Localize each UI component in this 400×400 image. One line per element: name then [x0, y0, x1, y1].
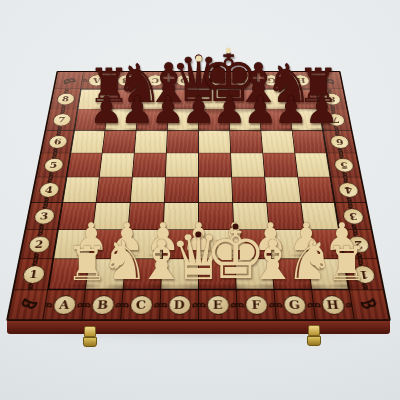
- crown-finial: [196, 232, 201, 237]
- file-label-c-bottom: C: [121, 290, 160, 319]
- scroll-ornament-icon: [48, 172, 56, 177]
- piece-shadow: [326, 283, 363, 290]
- file-label-g-bottom: G: [274, 290, 314, 319]
- scroll-ornament-icon: [342, 177, 350, 182]
- scroll-ornament-icon: [56, 126, 63, 130]
- scroll-ornament-icon: [81, 78, 88, 82]
- coordinate-circle: 8: [56, 93, 76, 105]
- square-e5[interactable]: [199, 153, 231, 176]
- square-h5[interactable]: [295, 153, 330, 176]
- rank-label-4-left: 4: [32, 177, 66, 202]
- square-g5[interactable]: [263, 153, 297, 176]
- brass-clasp-right: [306, 325, 322, 345]
- square-b5[interactable]: [100, 153, 134, 176]
- piece-black-pawn[interactable]: ♟: [89, 93, 123, 131]
- file-label-b-bottom: B: [82, 290, 122, 319]
- piece-shadow: [67, 283, 104, 290]
- piece-black-pawn[interactable]: ♟: [212, 93, 246, 131]
- scroll-ornament-icon: [37, 230, 46, 235]
- scroll-ornament-icon: [17, 297, 38, 312]
- border-corner: [55, 72, 83, 89]
- rank-label-8-left: 8: [51, 89, 81, 109]
- coordinate-circle: E: [206, 295, 229, 315]
- square-f4[interactable]: [232, 177, 266, 202]
- piece-black-pawn[interactable]: ♟: [305, 93, 339, 131]
- coordinate-circle: 7: [51, 113, 71, 126]
- rank-label-2-left: 2: [21, 230, 57, 258]
- piece-shadow: [151, 127, 180, 132]
- scroll-ornament-icon: [121, 301, 129, 308]
- border-corner: [350, 290, 389, 319]
- coordinate-circle: A: [52, 295, 77, 315]
- clasp-top: [308, 325, 320, 336]
- rank-label-4-right: 4: [331, 177, 365, 202]
- rank-label-5-right: 5: [327, 153, 360, 176]
- piece-black-pawn[interactable]: ♟: [182, 93, 216, 131]
- brass-clasp-left: [82, 326, 98, 346]
- scroll-ornament-icon: [38, 224, 47, 229]
- scroll-ornament-icon: [62, 76, 77, 85]
- piece-white-rook[interactable]: ♜: [326, 240, 368, 287]
- piece-shadow: [213, 127, 242, 132]
- piece-black-pawn[interactable]: ♟: [243, 93, 277, 131]
- coordinate-circle: 1: [21, 265, 46, 283]
- square-d6[interactable]: [167, 131, 198, 153]
- piece-black-pawn[interactable]: ♟: [274, 93, 308, 131]
- square-g6[interactable]: [261, 131, 294, 153]
- square-h6[interactable]: [292, 131, 326, 153]
- scroll-ornament-icon: [47, 177, 55, 182]
- scroll-ornament-icon: [51, 153, 59, 158]
- square-d4[interactable]: [165, 177, 198, 202]
- clasp-bottom: [83, 337, 97, 347]
- piece-black-pawn[interactable]: ♟: [151, 93, 185, 131]
- file-label-a-bottom: A: [43, 290, 85, 319]
- square-c4[interactable]: [131, 177, 165, 202]
- clasp-top: [84, 326, 96, 337]
- piece-shadow: [305, 127, 334, 132]
- scroll-ornament-icon: [347, 203, 355, 208]
- scroll-ornament-icon: [32, 253, 41, 259]
- rank-label-6-left: 6: [42, 131, 74, 153]
- coordinate-circle: 2: [27, 236, 51, 253]
- coordinate-circle: 6: [329, 135, 350, 148]
- piece-shadow: [182, 127, 211, 132]
- photo-scene: ABCDEFGH8877665544332211ABCDEFGH ♜♞♝♛♚♝♞…: [0, 0, 400, 400]
- scroll-ornament-icon: [56, 131, 63, 135]
- file-label-e-bottom: E: [199, 290, 237, 319]
- rank-label-6-right: 6: [324, 131, 356, 153]
- piece-shadow: [274, 127, 303, 132]
- scroll-ornament-icon: [42, 203, 50, 208]
- scroll-ornament-icon: [199, 301, 205, 308]
- file-label-d-bottom: D: [160, 290, 198, 319]
- scroll-ornament-icon: [52, 148, 60, 152]
- clasp-bottom: [307, 336, 321, 346]
- square-b6[interactable]: [103, 131, 136, 153]
- crown-finial: [226, 48, 232, 54]
- square-a6[interactable]: [71, 131, 105, 153]
- scroll-ornament-icon: [346, 197, 354, 202]
- file-label-h-bottom: H: [312, 290, 354, 319]
- square-e6[interactable]: [199, 131, 230, 153]
- square-d5[interactable]: [166, 153, 198, 176]
- square-c6[interactable]: [135, 131, 167, 153]
- square-f5[interactable]: [231, 153, 264, 176]
- box-front-edge: [7, 320, 390, 334]
- square-e4[interactable]: [199, 177, 232, 202]
- square-g4[interactable]: [265, 177, 300, 202]
- square-h4[interactable]: [298, 177, 334, 202]
- crown-finial: [233, 224, 239, 230]
- piece-black-pawn[interactable]: ♟: [120, 93, 154, 131]
- coordinate-circle: D: [168, 295, 191, 315]
- piece-shadow: [244, 127, 273, 132]
- scroll-ornament-icon: [358, 297, 379, 312]
- border-corner: [8, 290, 47, 319]
- scroll-ornament-icon: [312, 301, 321, 308]
- rank-label-7-left: 7: [46, 109, 77, 130]
- scroll-ornament-icon: [153, 301, 160, 308]
- coordinate-circle: F: [244, 295, 268, 315]
- coordinate-circle: C: [129, 295, 153, 315]
- coordinate-circle: 4: [337, 182, 360, 197]
- coordinate-circle: 6: [47, 135, 68, 148]
- rank-label-1-left: 1: [14, 259, 52, 289]
- scroll-ornament-icon: [64, 89, 71, 93]
- coordinate-circle: 5: [333, 158, 355, 172]
- scroll-ornament-icon: [237, 301, 244, 308]
- scroll-ornament-icon: [160, 301, 167, 308]
- coordinate-circle: B: [90, 295, 115, 315]
- square-a5[interactable]: [67, 153, 102, 176]
- scroll-ornament-icon: [43, 197, 51, 202]
- file-label-f-bottom: F: [237, 290, 276, 319]
- coordinate-circle: 3: [32, 208, 55, 224]
- square-b4[interactable]: [97, 177, 132, 202]
- scroll-ornament-icon: [31, 259, 40, 265]
- scroll-ornament-icon: [26, 283, 35, 289]
- scroll-ornament-icon: [274, 301, 282, 308]
- coordinate-circle: G: [282, 295, 307, 315]
- square-f6[interactable]: [230, 131, 262, 153]
- scroll-ornament-icon: [230, 301, 237, 308]
- square-a4[interactable]: [62, 177, 98, 202]
- piece-shadow: [121, 127, 150, 132]
- square-c5[interactable]: [133, 153, 166, 176]
- coordinate-circle: 5: [42, 158, 64, 172]
- rank-label-5-left: 5: [37, 153, 70, 176]
- rank-label-3-left: 3: [26, 203, 61, 230]
- scroll-ornament-icon: [60, 105, 67, 109]
- piece-shadow: [90, 127, 119, 132]
- scroll-ornament-icon: [192, 301, 198, 308]
- coordinate-circle: 4: [38, 182, 61, 197]
- scroll-ornament-icon: [82, 301, 91, 308]
- scroll-ornament-icon: [337, 148, 345, 152]
- scroll-ornament-icon: [341, 172, 349, 177]
- scroll-ornament-icon: [60, 109, 67, 113]
- coordinate-circle: H: [320, 295, 345, 315]
